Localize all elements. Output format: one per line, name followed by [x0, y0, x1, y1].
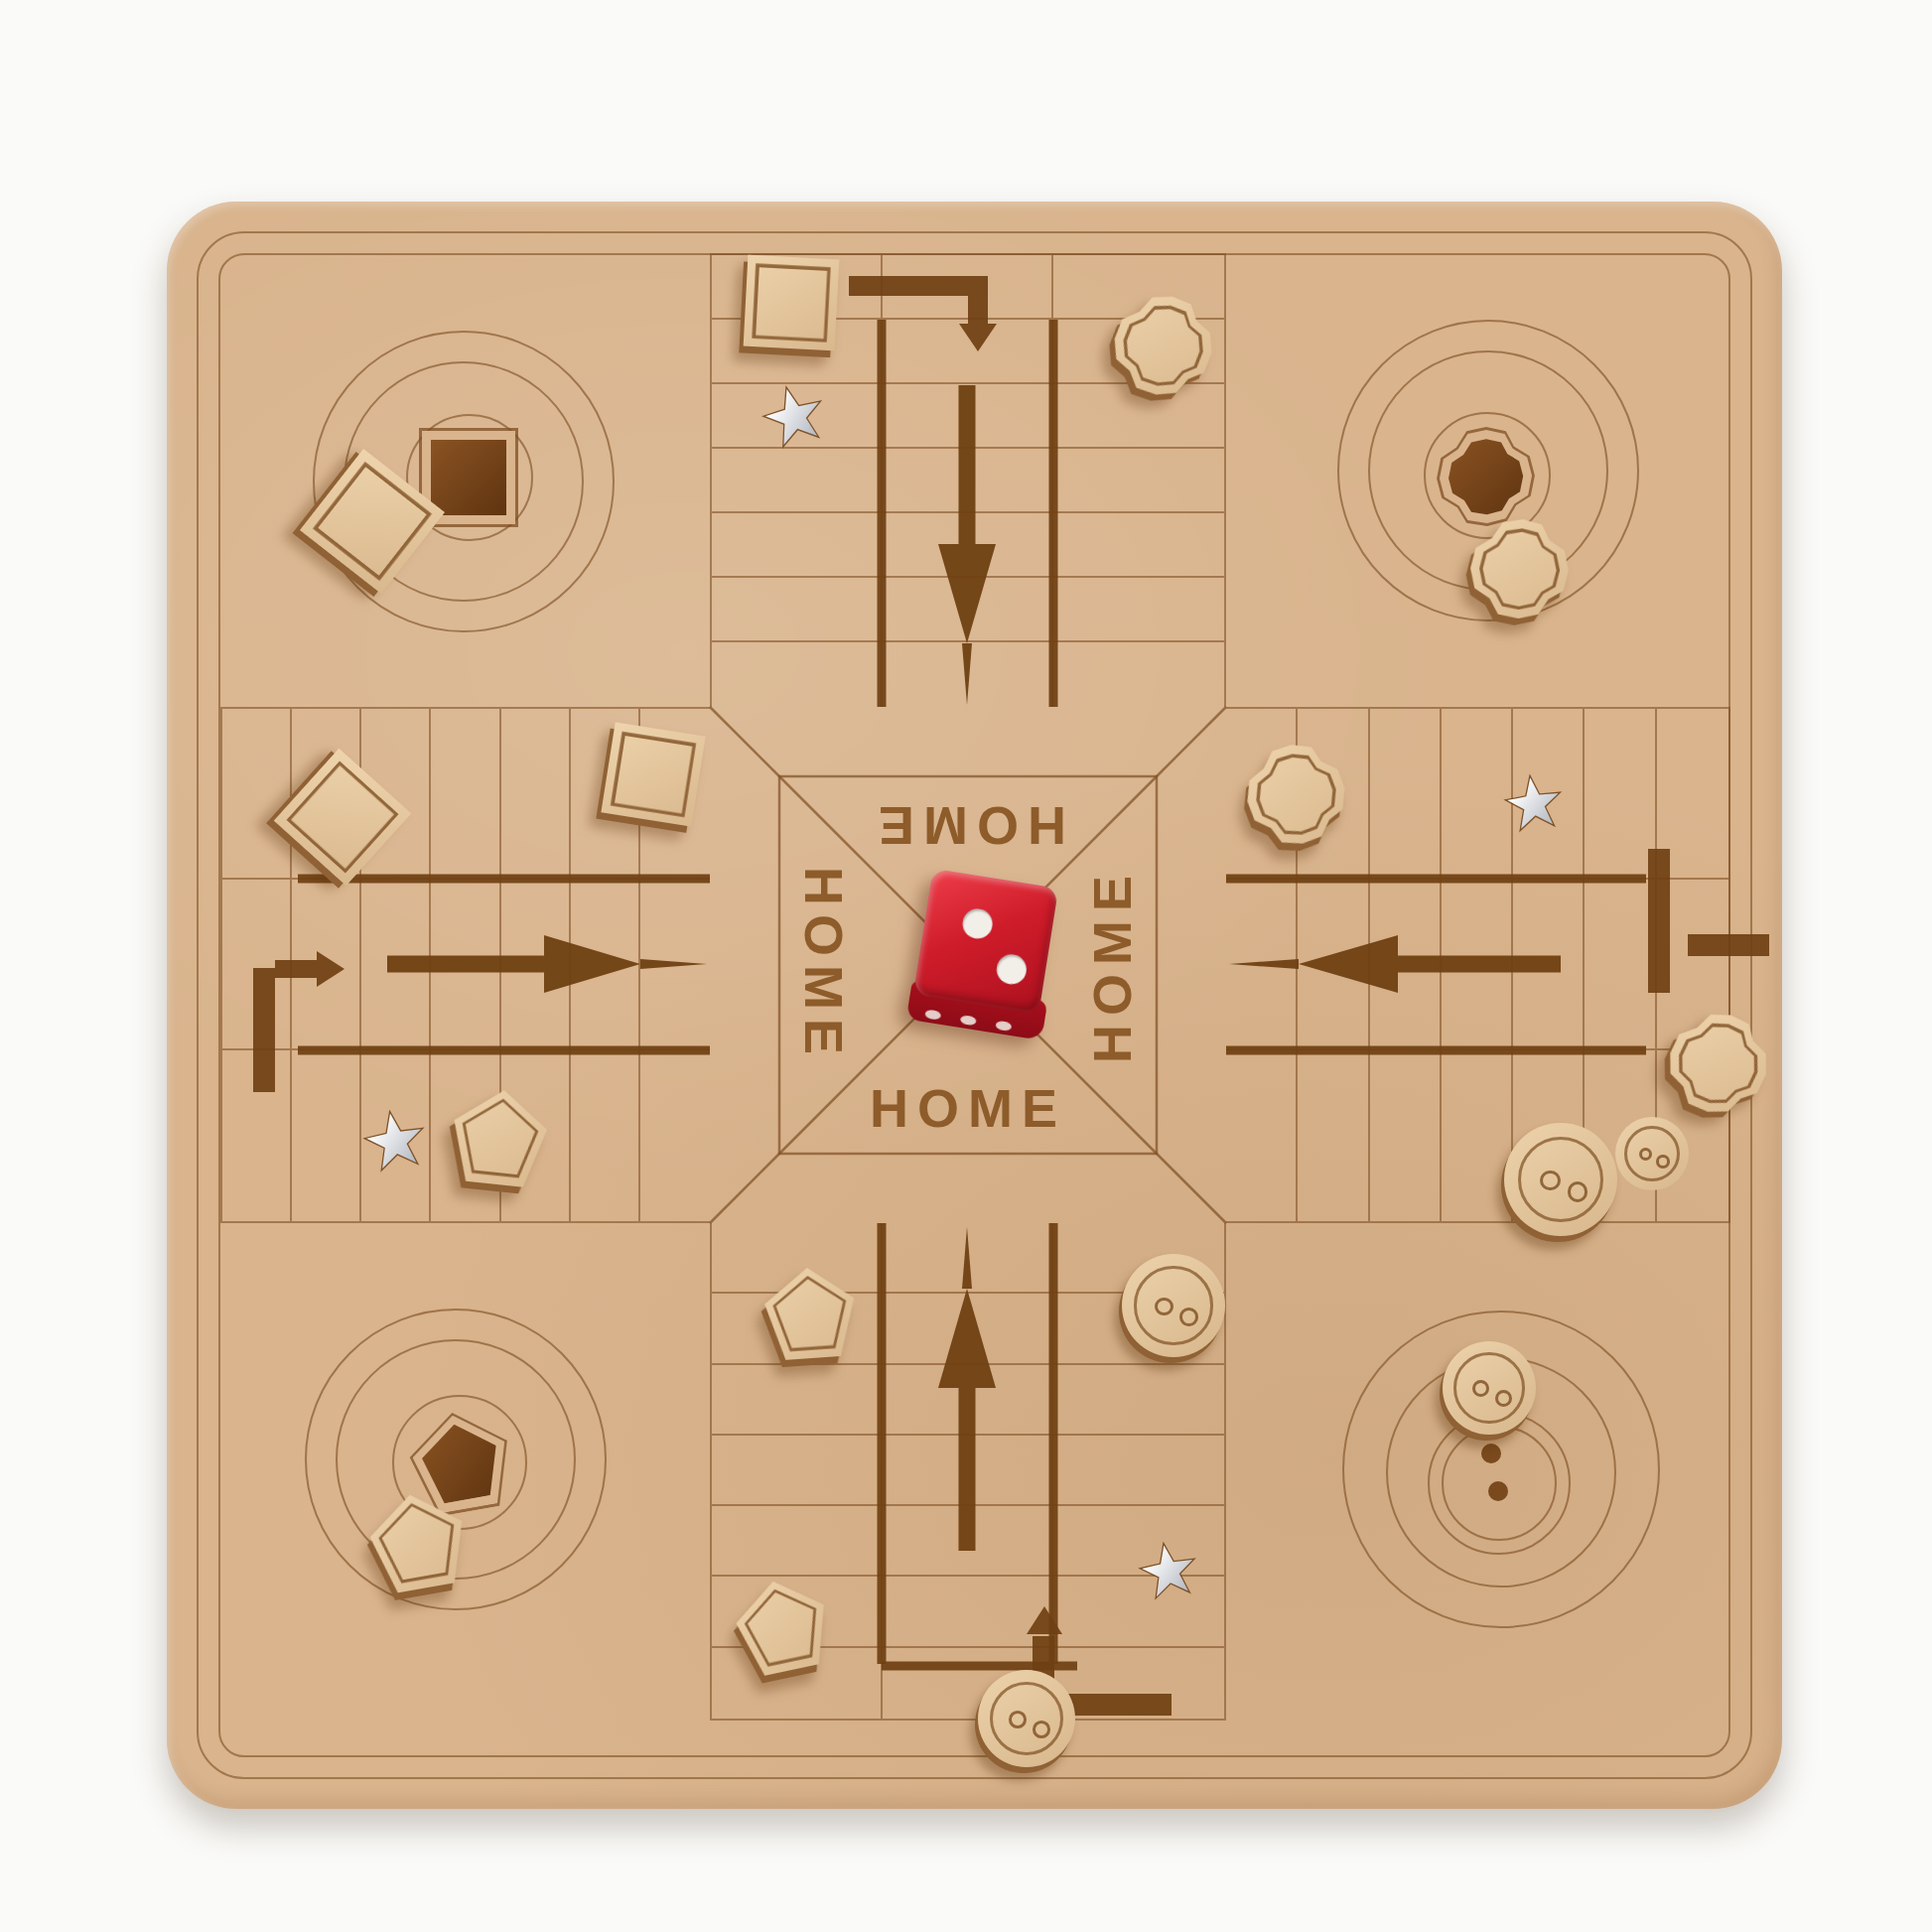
- piece-badge-6[interactable]: [1465, 515, 1574, 623]
- cell-left-r2-c2[interactable]: [292, 880, 361, 1050]
- cell-top-r2-c2[interactable]: [883, 320, 1053, 384]
- cell-left-r1-c4[interactable]: [431, 709, 500, 880]
- star-hole: [759, 381, 829, 452]
- home-label-top: HOME: [870, 795, 1066, 857]
- button-dot-2: [1568, 1181, 1588, 1202]
- cell-top-r7-c2[interactable]: [883, 642, 1053, 707]
- cell-top-r5-c2[interactable]: [883, 513, 1053, 578]
- cell-top-r6-c2[interactable]: [883, 578, 1053, 642]
- piece-square-4[interactable]: [601, 722, 705, 826]
- piece-pentagon-11[interactable]: [759, 1262, 861, 1363]
- cell-left-r2-c5[interactable]: [501, 880, 571, 1050]
- button-ring: [1518, 1137, 1604, 1223]
- cell-right-r1-c7[interactable]: [1657, 709, 1728, 880]
- cell-top-r4-c3[interactable]: [1053, 449, 1224, 513]
- piece-pentagon-9[interactable]: [360, 1483, 476, 1598]
- piece-square-2[interactable]: [744, 255, 840, 351]
- home-label-right: HOME: [1081, 867, 1143, 1063]
- cell-top-r5-c1[interactable]: [712, 513, 883, 578]
- cell-right-r2-c2[interactable]: [1298, 880, 1369, 1050]
- cell-bottom-r3-c2[interactable]: [883, 1365, 1053, 1436]
- cell-right-r3-c3[interactable]: [1370, 1050, 1442, 1221]
- cell-left-r2-c6[interactable]: [571, 880, 640, 1050]
- engraved-dark-core: [431, 440, 506, 515]
- star-cutout-2: [357, 1104, 433, 1179]
- button-ring: [1624, 1126, 1680, 1181]
- base-engraved-badge: [1435, 426, 1538, 529]
- piece-button-16[interactable]: [1122, 1254, 1225, 1357]
- cell-left-r3-c6[interactable]: [571, 1050, 640, 1221]
- cell-bottom-r5-c1[interactable]: [712, 1506, 883, 1577]
- cell-bottom-r3-c3[interactable]: [1053, 1365, 1224, 1436]
- cell-bottom-r2-c2[interactable]: [883, 1294, 1053, 1364]
- cell-right-r3-c1[interactable]: [1226, 1050, 1298, 1221]
- cell-right-r1-c3[interactable]: [1370, 709, 1442, 880]
- button-dot-2: [1495, 1390, 1512, 1407]
- piece-badge-5[interactable]: [1104, 287, 1223, 406]
- cell-left-r2-c7[interactable]: [640, 880, 710, 1050]
- button-ring: [990, 1682, 1064, 1756]
- button-ring: [1453, 1352, 1524, 1423]
- die-pip-1: [961, 907, 995, 941]
- cell-left-r2-c1[interactable]: [222, 880, 292, 1050]
- cell-bottom-r6-c2[interactable]: [883, 1577, 1053, 1647]
- star-cutout-4: [1133, 1536, 1204, 1607]
- cell-right-r2-c1[interactable]: [1226, 880, 1298, 1050]
- cell-top-r6-c1[interactable]: [712, 578, 883, 642]
- die-pip-2: [995, 952, 1029, 986]
- button-dot-1: [1009, 1711, 1027, 1728]
- home-label-left: HOME: [793, 867, 855, 1063]
- piece-core: [756, 267, 828, 340]
- cell-bottom-r4-c1[interactable]: [712, 1436, 883, 1506]
- cell-right-r3-c2[interactable]: [1298, 1050, 1369, 1221]
- cell-left-r1-c5[interactable]: [501, 709, 571, 880]
- piece-pentagon-12[interactable]: [726, 1569, 839, 1682]
- cell-bottom-r7-c3[interactable]: [1053, 1648, 1224, 1719]
- cell-top-r3-c2[interactable]: [883, 384, 1053, 449]
- cell-left-r3-c7[interactable]: [640, 1050, 710, 1221]
- piece-button-17[interactable]: [978, 1670, 1075, 1767]
- ludo-board-photo: HOME HOME HOME HOME: [0, 0, 1932, 1932]
- die-top-face: [913, 869, 1058, 1014]
- cell-bottom-r5-c2[interactable]: [883, 1506, 1053, 1577]
- cell-bottom-r1-c2[interactable]: [883, 1223, 1053, 1294]
- button-ring: [1134, 1266, 1212, 1344]
- cell-left-r3-c2[interactable]: [292, 1050, 361, 1221]
- cell-right-r2-c5[interactable]: [1513, 880, 1585, 1050]
- cell-bottom-r4-c3[interactable]: [1053, 1436, 1224, 1506]
- die-side-pip-2: [960, 1015, 977, 1026]
- cell-top-r7-c1[interactable]: [712, 642, 883, 707]
- button-dot-2: [1656, 1155, 1669, 1168]
- cell-top-r7-c3[interactable]: [1053, 642, 1224, 707]
- cell-top-r4-c1[interactable]: [712, 449, 883, 513]
- cell-right-r2-c4[interactable]: [1442, 880, 1513, 1050]
- star-cutout-3: [1499, 769, 1569, 839]
- piece-button-15[interactable]: [1615, 1117, 1689, 1190]
- cell-top-r6-c3[interactable]: [1053, 578, 1224, 642]
- piece-pentagon-10[interactable]: [445, 1082, 554, 1191]
- die-side-pip-3: [995, 1021, 1012, 1032]
- cell-left-r1-c1[interactable]: [222, 709, 292, 880]
- cell-right-r1-c6[interactable]: [1585, 709, 1656, 880]
- cell-top-r5-c3[interactable]: [1053, 513, 1224, 578]
- cell-bottom-r3-c1[interactable]: [712, 1365, 883, 1436]
- cell-left-r2-c3[interactable]: [361, 880, 431, 1050]
- cell-top-r4-c2[interactable]: [883, 449, 1053, 513]
- die-side-pip-1: [924, 1009, 941, 1020]
- piece-badge-7[interactable]: [1240, 739, 1353, 852]
- piece-button-13[interactable]: [1443, 1341, 1536, 1435]
- cell-left-r2-c4[interactable]: [431, 880, 500, 1050]
- cell-top-r1-c2[interactable]: [883, 255, 1053, 320]
- cell-right-r2-c3[interactable]: [1370, 880, 1442, 1050]
- base-button-dot-1: [1481, 1444, 1501, 1463]
- piece-button-14[interactable]: [1504, 1123, 1617, 1236]
- home-label-bottom: HOME: [870, 1077, 1066, 1139]
- cell-left-r3-c1[interactable]: [222, 1050, 292, 1221]
- piece-core: [615, 736, 693, 814]
- button-dot-2: [1179, 1308, 1198, 1326]
- base-button-dot-2: [1488, 1481, 1508, 1501]
- cell-bottom-r4-c2[interactable]: [883, 1436, 1053, 1506]
- button-dot-2: [1033, 1721, 1050, 1738]
- die[interactable]: [913, 869, 1058, 1014]
- cell-right-r2-c6[interactable]: [1585, 880, 1656, 1050]
